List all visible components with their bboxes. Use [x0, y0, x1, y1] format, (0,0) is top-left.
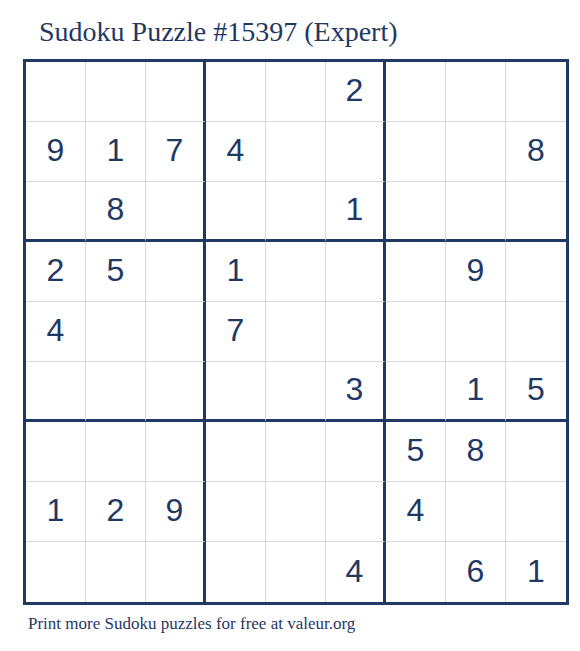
cell-r7c5[interactable] [266, 422, 326, 482]
cell-r8c4[interactable] [206, 482, 266, 542]
cell-r5c5[interactable] [266, 302, 326, 362]
cell-r6c7[interactable] [386, 362, 446, 422]
cell-r4c8[interactable]: 9 [446, 242, 506, 302]
cell-r3c2[interactable]: 8 [86, 182, 146, 242]
cell-r6c3[interactable] [146, 362, 206, 422]
cell-r2c4[interactable]: 4 [206, 122, 266, 182]
cell-r2c9[interactable]: 8 [506, 122, 566, 182]
cell-r9c3[interactable] [146, 542, 206, 602]
cell-r2c5[interactable] [266, 122, 326, 182]
cell-r9c4[interactable] [206, 542, 266, 602]
cell-r4c4[interactable]: 1 [206, 242, 266, 302]
cell-r4c9[interactable] [506, 242, 566, 302]
cell-r9c8[interactable]: 6 [446, 542, 506, 602]
page-title: Sudoku Puzzle #15397 (Expert) [39, 15, 398, 49]
cell-r1c1[interactable] [26, 62, 86, 122]
cell-r5c6[interactable] [326, 302, 386, 362]
cell-r5c9[interactable] [506, 302, 566, 362]
cell-r1c8[interactable] [446, 62, 506, 122]
cell-r6c1[interactable] [26, 362, 86, 422]
cell-r3c4[interactable] [206, 182, 266, 242]
cell-r9c9[interactable]: 1 [506, 542, 566, 602]
sudoku-grid: 29174881251947315581294461 [23, 59, 569, 605]
cell-r5c7[interactable] [386, 302, 446, 362]
cell-r1c6[interactable]: 2 [326, 62, 386, 122]
cell-r5c2[interactable] [86, 302, 146, 362]
cell-r9c2[interactable] [86, 542, 146, 602]
cell-r8c9[interactable] [506, 482, 566, 542]
cell-r1c2[interactable] [86, 62, 146, 122]
cell-r7c9[interactable] [506, 422, 566, 482]
cell-r9c5[interactable] [266, 542, 326, 602]
cell-r7c8[interactable]: 8 [446, 422, 506, 482]
cell-r8c1[interactable]: 1 [26, 482, 86, 542]
cell-r3c8[interactable] [446, 182, 506, 242]
cell-r7c6[interactable] [326, 422, 386, 482]
cell-r1c9[interactable] [506, 62, 566, 122]
cell-r6c8[interactable]: 1 [446, 362, 506, 422]
cell-r5c3[interactable] [146, 302, 206, 362]
cell-r7c4[interactable] [206, 422, 266, 482]
cell-r6c6[interactable]: 3 [326, 362, 386, 422]
cell-r2c1[interactable]: 9 [26, 122, 86, 182]
cell-r1c7[interactable] [386, 62, 446, 122]
cell-r7c3[interactable] [146, 422, 206, 482]
cell-r8c7[interactable]: 4 [386, 482, 446, 542]
cell-r7c2[interactable] [86, 422, 146, 482]
cell-r3c9[interactable] [506, 182, 566, 242]
cell-r2c3[interactable]: 7 [146, 122, 206, 182]
cell-r3c3[interactable] [146, 182, 206, 242]
cell-r3c7[interactable] [386, 182, 446, 242]
cell-r4c1[interactable]: 2 [26, 242, 86, 302]
cell-r2c6[interactable] [326, 122, 386, 182]
cell-r8c6[interactable] [326, 482, 386, 542]
cell-r2c7[interactable] [386, 122, 446, 182]
cell-r3c1[interactable] [26, 182, 86, 242]
cell-r3c5[interactable] [266, 182, 326, 242]
cell-r7c7[interactable]: 5 [386, 422, 446, 482]
cell-r8c8[interactable] [446, 482, 506, 542]
cell-r8c5[interactable] [266, 482, 326, 542]
cell-r4c6[interactable] [326, 242, 386, 302]
cell-r5c4[interactable]: 7 [206, 302, 266, 362]
cell-r6c9[interactable]: 5 [506, 362, 566, 422]
cell-r9c7[interactable] [386, 542, 446, 602]
cell-r3c6[interactable]: 1 [326, 182, 386, 242]
cell-r4c7[interactable] [386, 242, 446, 302]
cell-r6c4[interactable] [206, 362, 266, 422]
cell-r9c6[interactable]: 4 [326, 542, 386, 602]
cell-r1c4[interactable] [206, 62, 266, 122]
cell-r1c5[interactable] [266, 62, 326, 122]
cell-r4c3[interactable] [146, 242, 206, 302]
cell-r4c2[interactable]: 5 [86, 242, 146, 302]
cell-r7c1[interactable] [26, 422, 86, 482]
cell-r4c5[interactable] [266, 242, 326, 302]
cell-r1c3[interactable] [146, 62, 206, 122]
cell-r8c3[interactable]: 9 [146, 482, 206, 542]
cell-r6c2[interactable] [86, 362, 146, 422]
cell-r2c8[interactable] [446, 122, 506, 182]
cell-r5c8[interactable] [446, 302, 506, 362]
cell-r6c5[interactable] [266, 362, 326, 422]
cell-r9c1[interactable] [26, 542, 86, 602]
cell-r2c2[interactable]: 1 [86, 122, 146, 182]
footer-text: Print more Sudoku puzzles for free at va… [28, 613, 355, 634]
cell-r8c2[interactable]: 2 [86, 482, 146, 542]
cell-r5c1[interactable]: 4 [26, 302, 86, 362]
